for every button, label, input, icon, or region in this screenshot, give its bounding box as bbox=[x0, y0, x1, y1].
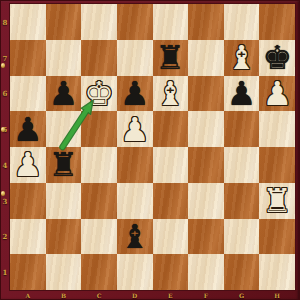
square-c6[interactable]: ♚ bbox=[81, 76, 117, 112]
board: ♜♝♚♟♚♟♝♟♟♟♟♟♜♜♝ bbox=[10, 4, 295, 290]
piece-black-rook-e7[interactable]: ♜ bbox=[156, 40, 186, 75]
rank-label-2: 2 bbox=[3, 232, 8, 241]
square-g1[interactable] bbox=[224, 254, 260, 290]
square-e7[interactable]: ♜ bbox=[153, 40, 189, 76]
square-d1[interactable] bbox=[117, 254, 153, 290]
square-a6[interactable] bbox=[10, 76, 46, 112]
rank-label-3: 3 bbox=[3, 196, 8, 205]
rank-label-7: 7 bbox=[3, 53, 8, 62]
square-b8[interactable] bbox=[46, 4, 82, 40]
square-f6[interactable] bbox=[188, 76, 224, 112]
file-label-g: G bbox=[239, 291, 244, 298]
piece-white-king-c6[interactable]: ♚ bbox=[84, 76, 114, 111]
square-e6[interactable]: ♝ bbox=[153, 76, 189, 112]
square-d8[interactable] bbox=[117, 4, 153, 40]
square-b2[interactable] bbox=[46, 219, 82, 255]
chess-diagram: ♜♝♚♟♚♟♝♟♟♟♟♟♜♜♝ 87654321 ABCDEFGH bbox=[0, 0, 300, 300]
square-f8[interactable] bbox=[188, 4, 224, 40]
piece-white-pawn-h6[interactable]: ♟ bbox=[262, 76, 292, 111]
square-g8[interactable] bbox=[224, 4, 260, 40]
gold-stud bbox=[1, 127, 5, 132]
square-e4[interactable] bbox=[153, 147, 189, 183]
file-label-d: D bbox=[132, 291, 137, 298]
piece-white-bishop-e6[interactable]: ♝ bbox=[156, 76, 186, 111]
square-d3[interactable] bbox=[117, 183, 153, 219]
square-b5[interactable] bbox=[46, 111, 82, 147]
square-d7[interactable] bbox=[117, 40, 153, 76]
square-d4[interactable] bbox=[117, 147, 153, 183]
square-f5[interactable] bbox=[188, 111, 224, 147]
square-h1[interactable] bbox=[259, 254, 295, 290]
file-label-b: B bbox=[61, 291, 66, 298]
piece-black-bishop-d2[interactable]: ♝ bbox=[120, 219, 150, 254]
gold-stud bbox=[1, 191, 5, 196]
rank-label-4: 4 bbox=[3, 160, 8, 169]
square-a2[interactable] bbox=[10, 219, 46, 255]
square-c2[interactable] bbox=[81, 219, 117, 255]
square-f7[interactable] bbox=[188, 40, 224, 76]
piece-black-rook-b4[interactable]: ♜ bbox=[49, 147, 79, 182]
square-c3[interactable] bbox=[81, 183, 117, 219]
square-g2[interactable] bbox=[224, 219, 260, 255]
file-label-a: A bbox=[25, 291, 30, 298]
square-b4[interactable]: ♜ bbox=[46, 147, 82, 183]
square-d2[interactable]: ♝ bbox=[117, 219, 153, 255]
piece-black-king-h7[interactable]: ♚ bbox=[262, 40, 292, 75]
square-g3[interactable] bbox=[224, 183, 260, 219]
square-e8[interactable] bbox=[153, 4, 189, 40]
square-f3[interactable] bbox=[188, 183, 224, 219]
square-h5[interactable] bbox=[259, 111, 295, 147]
file-label-f: F bbox=[204, 291, 208, 298]
square-a5[interactable]: ♟ bbox=[10, 111, 46, 147]
square-b7[interactable] bbox=[46, 40, 82, 76]
square-c7[interactable] bbox=[81, 40, 117, 76]
square-c4[interactable] bbox=[81, 147, 117, 183]
square-b3[interactable] bbox=[46, 183, 82, 219]
square-e2[interactable] bbox=[153, 219, 189, 255]
square-e3[interactable] bbox=[153, 183, 189, 219]
square-a7[interactable] bbox=[10, 40, 46, 76]
piece-black-pawn-a5[interactable]: ♟ bbox=[13, 112, 43, 147]
square-d6[interactable]: ♟ bbox=[117, 76, 153, 112]
square-e5[interactable] bbox=[153, 111, 189, 147]
file-label-h: H bbox=[274, 291, 280, 298]
square-h8[interactable] bbox=[259, 4, 295, 40]
file-label-e: E bbox=[168, 291, 173, 298]
square-a8[interactable] bbox=[10, 4, 46, 40]
square-h2[interactable] bbox=[259, 219, 295, 255]
file-label-c: C bbox=[97, 291, 102, 298]
square-g5[interactable] bbox=[224, 111, 260, 147]
square-g4[interactable] bbox=[224, 147, 260, 183]
square-h6[interactable]: ♟ bbox=[259, 76, 295, 112]
square-d5[interactable]: ♟ bbox=[117, 111, 153, 147]
square-a3[interactable] bbox=[10, 183, 46, 219]
piece-black-pawn-g6[interactable]: ♟ bbox=[227, 76, 257, 111]
square-c5[interactable] bbox=[81, 111, 117, 147]
piece-white-bishop-g7[interactable]: ♝ bbox=[227, 40, 257, 75]
piece-white-rook-h3[interactable]: ♜ bbox=[262, 183, 292, 218]
square-f2[interactable] bbox=[188, 219, 224, 255]
square-a1[interactable] bbox=[10, 254, 46, 290]
square-h3[interactable]: ♜ bbox=[259, 183, 295, 219]
square-h4[interactable] bbox=[259, 147, 295, 183]
square-f4[interactable] bbox=[188, 147, 224, 183]
rank-label-8: 8 bbox=[3, 17, 8, 26]
square-e1[interactable] bbox=[153, 254, 189, 290]
piece-black-pawn-b6[interactable]: ♟ bbox=[49, 76, 79, 111]
piece-black-pawn-d6[interactable]: ♟ bbox=[120, 76, 150, 111]
square-b6[interactable]: ♟ bbox=[46, 76, 82, 112]
square-c8[interactable] bbox=[81, 4, 117, 40]
rank-label-6: 6 bbox=[3, 89, 8, 98]
square-g6[interactable]: ♟ bbox=[224, 76, 260, 112]
piece-white-pawn-d5[interactable]: ♟ bbox=[120, 112, 150, 147]
rank-label-1: 1 bbox=[3, 268, 8, 277]
square-f1[interactable] bbox=[188, 254, 224, 290]
piece-white-pawn-a4[interactable]: ♟ bbox=[13, 147, 43, 182]
square-g7[interactable]: ♝ bbox=[224, 40, 260, 76]
square-h7[interactable]: ♚ bbox=[259, 40, 295, 76]
square-a4[interactable]: ♟ bbox=[10, 147, 46, 183]
square-c1[interactable] bbox=[81, 254, 117, 290]
gold-stud bbox=[1, 63, 5, 68]
square-b1[interactable] bbox=[46, 254, 82, 290]
